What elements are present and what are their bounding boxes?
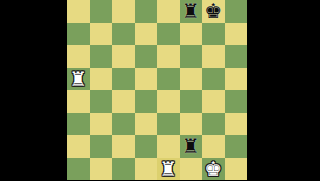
square-b6[interactable] <box>90 45 113 68</box>
piece-black-king-g8[interactable]: ♚ <box>204 0 222 22</box>
square-h8[interactable] <box>225 0 248 23</box>
piece-white-rook-e1[interactable]: ♜ <box>159 158 177 180</box>
square-c1[interactable] <box>112 158 135 181</box>
square-e6[interactable] <box>157 45 180 68</box>
square-b8[interactable] <box>90 0 113 23</box>
square-f2[interactable]: ♜ <box>180 135 203 158</box>
square-h4[interactable] <box>225 90 248 113</box>
piece-black-rook-f8[interactable]: ♜ <box>182 0 200 22</box>
piece-white-rook-a5[interactable]: ♜ <box>69 68 87 90</box>
square-c7[interactable] <box>112 23 135 46</box>
square-g4[interactable] <box>202 90 225 113</box>
page-background: ♜♚♜♜♜♚ <box>0 0 320 180</box>
square-d4[interactable] <box>135 90 158 113</box>
square-d5[interactable] <box>135 68 158 91</box>
square-a5[interactable]: ♜ <box>67 68 90 91</box>
square-e4[interactable] <box>157 90 180 113</box>
piece-white-king-g1[interactable]: ♚ <box>204 158 222 180</box>
square-g7[interactable] <box>202 23 225 46</box>
square-a6[interactable] <box>67 45 90 68</box>
square-b7[interactable] <box>90 23 113 46</box>
square-a3[interactable] <box>67 113 90 136</box>
square-e1[interactable]: ♜ <box>157 158 180 181</box>
square-d2[interactable] <box>135 135 158 158</box>
square-g5[interactable] <box>202 68 225 91</box>
square-c3[interactable] <box>112 113 135 136</box>
square-b4[interactable] <box>90 90 113 113</box>
square-g3[interactable] <box>202 113 225 136</box>
square-f3[interactable] <box>180 113 203 136</box>
square-g6[interactable] <box>202 45 225 68</box>
square-a4[interactable] <box>67 90 90 113</box>
square-c8[interactable] <box>112 0 135 23</box>
square-a8[interactable] <box>67 0 90 23</box>
square-c4[interactable] <box>112 90 135 113</box>
square-a2[interactable] <box>67 135 90 158</box>
square-c2[interactable] <box>112 135 135 158</box>
square-c6[interactable] <box>112 45 135 68</box>
square-f6[interactable] <box>180 45 203 68</box>
square-d1[interactable] <box>135 158 158 181</box>
square-e5[interactable] <box>157 68 180 91</box>
square-d7[interactable] <box>135 23 158 46</box>
square-f1[interactable] <box>180 158 203 181</box>
square-c5[interactable] <box>112 68 135 91</box>
square-h5[interactable] <box>225 68 248 91</box>
square-f5[interactable] <box>180 68 203 91</box>
square-d3[interactable] <box>135 113 158 136</box>
square-d6[interactable] <box>135 45 158 68</box>
chess-board: ♜♚♜♜♜♚ <box>67 0 247 180</box>
square-e2[interactable] <box>157 135 180 158</box>
square-f4[interactable] <box>180 90 203 113</box>
square-e3[interactable] <box>157 113 180 136</box>
square-a7[interactable] <box>67 23 90 46</box>
square-h3[interactable] <box>225 113 248 136</box>
piece-black-rook-f2[interactable]: ♜ <box>182 135 200 157</box>
square-h6[interactable] <box>225 45 248 68</box>
square-e8[interactable] <box>157 0 180 23</box>
square-h7[interactable] <box>225 23 248 46</box>
square-d8[interactable] <box>135 0 158 23</box>
square-b3[interactable] <box>90 113 113 136</box>
square-b1[interactable] <box>90 158 113 181</box>
square-h1[interactable] <box>225 158 248 181</box>
square-f7[interactable] <box>180 23 203 46</box>
square-f8[interactable]: ♜ <box>180 0 203 23</box>
square-g8[interactable]: ♚ <box>202 0 225 23</box>
square-a1[interactable] <box>67 158 90 181</box>
square-e7[interactable] <box>157 23 180 46</box>
square-g2[interactable] <box>202 135 225 158</box>
square-h2[interactable] <box>225 135 248 158</box>
square-b2[interactable] <box>90 135 113 158</box>
square-b5[interactable] <box>90 68 113 91</box>
square-g1[interactable]: ♚ <box>202 158 225 181</box>
